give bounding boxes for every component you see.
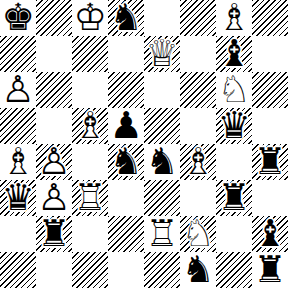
black-rook-piece: ♜ <box>216 180 252 216</box>
white-bishop-piece-halo: ♝ <box>0 144 36 180</box>
white-rook-piece: ♖ <box>72 180 108 216</box>
white-knight-piece-halo: ♞ <box>216 72 252 108</box>
black-rook-piece-halo: ♜ <box>216 180 252 216</box>
white-rook-piece: ♖ <box>144 216 180 252</box>
black-knight-piece: ♞ <box>144 144 180 180</box>
square-a7[interactable] <box>0 36 36 72</box>
square-b2[interactable]: ♜♜ <box>36 216 72 252</box>
white-bishop-piece-halo: ♝ <box>72 108 108 144</box>
square-c2[interactable] <box>72 216 108 252</box>
square-g4[interactable] <box>216 144 252 180</box>
black-knight-piece: ♞ <box>108 144 144 180</box>
square-e6[interactable] <box>144 72 180 108</box>
white-pawn-piece: ♙ <box>0 72 36 108</box>
square-f1[interactable]: ♞♞ <box>180 252 216 288</box>
black-king-piece-halo: ♚ <box>0 0 36 36</box>
black-knight-piece: ♞ <box>108 0 144 36</box>
white-knight-piece: ♘ <box>180 216 216 252</box>
black-bishop-piece: ♝ <box>216 36 252 72</box>
square-c6[interactable] <box>72 72 108 108</box>
black-rook-piece-halo: ♜ <box>36 216 72 252</box>
white-pawn-piece-halo: ♟ <box>0 72 36 108</box>
square-h1[interactable]: ♜♜ <box>252 252 288 288</box>
square-f4[interactable]: ♝♗ <box>180 144 216 180</box>
square-b7[interactable] <box>36 36 72 72</box>
square-d2[interactable] <box>108 216 144 252</box>
square-h8[interactable] <box>252 0 288 36</box>
square-b8[interactable] <box>36 0 72 36</box>
square-h6[interactable] <box>252 72 288 108</box>
square-e2[interactable]: ♜♖ <box>144 216 180 252</box>
white-rook-piece-halo: ♜ <box>72 180 108 216</box>
square-b1[interactable] <box>36 252 72 288</box>
white-pawn-piece-halo: ♟ <box>36 144 72 180</box>
black-knight-piece: ♞ <box>180 252 216 288</box>
black-knight-piece-halo: ♞ <box>144 144 180 180</box>
square-e7[interactable]: ♛♕ <box>144 36 180 72</box>
black-knight-piece-halo: ♞ <box>108 0 144 36</box>
square-a2[interactable] <box>0 216 36 252</box>
square-f8[interactable] <box>180 0 216 36</box>
white-bishop-piece: ♗ <box>180 144 216 180</box>
square-b3[interactable]: ♟♙ <box>36 180 72 216</box>
square-f3[interactable] <box>180 180 216 216</box>
white-bishop-piece-halo: ♝ <box>180 144 216 180</box>
square-d3[interactable] <box>108 180 144 216</box>
black-rook-piece: ♜ <box>252 252 288 288</box>
square-h2[interactable]: ♝♝ <box>252 216 288 252</box>
square-g7[interactable]: ♝♝ <box>216 36 252 72</box>
square-b6[interactable] <box>36 72 72 108</box>
black-king-piece: ♚ <box>0 0 36 36</box>
square-h7[interactable] <box>252 36 288 72</box>
square-a3[interactable]: ♛♛ <box>0 180 36 216</box>
black-queen-piece-halo: ♛ <box>0 180 36 216</box>
square-h5[interactable] <box>252 108 288 144</box>
square-d5[interactable]: ♟♟ <box>108 108 144 144</box>
square-e8[interactable] <box>144 0 180 36</box>
white-pawn-piece-halo: ♟ <box>36 180 72 216</box>
black-rook-piece-halo: ♜ <box>252 252 288 288</box>
white-knight-piece: ♘ <box>216 72 252 108</box>
square-g5[interactable]: ♛♛ <box>216 108 252 144</box>
white-knight-piece-halo: ♞ <box>180 216 216 252</box>
square-g3[interactable]: ♜♜ <box>216 180 252 216</box>
square-g2[interactable] <box>216 216 252 252</box>
square-c5[interactable]: ♝♗ <box>72 108 108 144</box>
white-bishop-piece-halo: ♝ <box>216 0 252 36</box>
square-h4[interactable]: ♜♜ <box>252 144 288 180</box>
square-g6[interactable]: ♞♘ <box>216 72 252 108</box>
square-a6[interactable]: ♟♙ <box>0 72 36 108</box>
square-e5[interactable] <box>144 108 180 144</box>
white-queen-piece-halo: ♛ <box>144 36 180 72</box>
white-pawn-piece: ♙ <box>36 144 72 180</box>
square-d1[interactable] <box>108 252 144 288</box>
black-knight-piece-halo: ♞ <box>180 252 216 288</box>
square-h3[interactable] <box>252 180 288 216</box>
white-king-piece-halo: ♚ <box>72 0 108 36</box>
black-knight-piece-halo: ♞ <box>108 144 144 180</box>
square-e4[interactable]: ♞♞ <box>144 144 180 180</box>
square-e1[interactable] <box>144 252 180 288</box>
black-queen-piece: ♛ <box>0 180 36 216</box>
square-d6[interactable] <box>108 72 144 108</box>
square-d4[interactable]: ♞♞ <box>108 144 144 180</box>
square-f2[interactable]: ♞♘ <box>180 216 216 252</box>
white-bishop-piece: ♗ <box>0 144 36 180</box>
black-rook-piece: ♜ <box>36 216 72 252</box>
white-king-piece: ♔ <box>72 0 108 36</box>
black-pawn-piece-halo: ♟ <box>108 108 144 144</box>
black-bishop-piece-halo: ♝ <box>216 36 252 72</box>
square-e3[interactable] <box>144 180 180 216</box>
white-pawn-piece: ♙ <box>36 180 72 216</box>
square-d7[interactable] <box>108 36 144 72</box>
white-queen-piece: ♕ <box>144 36 180 72</box>
black-queen-piece-halo: ♛ <box>216 108 252 144</box>
square-g8[interactable]: ♝♗ <box>216 0 252 36</box>
square-c1[interactable] <box>72 252 108 288</box>
white-bishop-piece: ♗ <box>72 108 108 144</box>
square-b4[interactable]: ♟♙ <box>36 144 72 180</box>
square-a5[interactable] <box>0 108 36 144</box>
square-a1[interactable] <box>0 252 36 288</box>
square-c7[interactable] <box>72 36 108 72</box>
square-a4[interactable]: ♝♗ <box>0 144 36 180</box>
black-queen-piece: ♛ <box>216 108 252 144</box>
square-b5[interactable] <box>36 108 72 144</box>
square-f6[interactable] <box>180 72 216 108</box>
square-f7[interactable] <box>180 36 216 72</box>
square-c8[interactable]: ♚♔ <box>72 0 108 36</box>
square-c3[interactable]: ♜♖ <box>72 180 108 216</box>
square-f5[interactable] <box>180 108 216 144</box>
square-g1[interactable] <box>216 252 252 288</box>
chess-board: ♚♚♚♔♞♞♝♗♛♕♝♝♟♙♞♘♝♗♟♟♛♛♝♗♟♙♞♞♞♞♝♗♜♜♛♛♟♙♜♖… <box>0 0 288 288</box>
black-rook-piece-halo: ♜ <box>252 144 288 180</box>
white-bishop-piece: ♗ <box>216 0 252 36</box>
square-c4[interactable] <box>72 144 108 180</box>
square-a8[interactable]: ♚♚ <box>0 0 36 36</box>
white-rook-piece-halo: ♜ <box>144 216 180 252</box>
square-d8[interactable]: ♞♞ <box>108 0 144 36</box>
black-rook-piece: ♜ <box>252 144 288 180</box>
black-pawn-piece: ♟ <box>108 108 144 144</box>
black-bishop-piece-halo: ♝ <box>252 216 288 252</box>
black-bishop-piece: ♝ <box>252 216 288 252</box>
